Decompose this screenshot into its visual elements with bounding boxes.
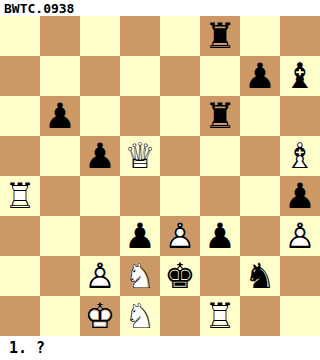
white-pawn-fill: ♟ — [280, 216, 320, 256]
white-rook-fill: ♜ — [200, 296, 240, 336]
puzzle-title: BWTC.0938 — [4, 1, 74, 16]
white-queen-fill: ♛ — [120, 136, 160, 176]
square-f8[interactable]: ♜ — [200, 16, 240, 56]
square-e4[interactable] — [160, 176, 200, 216]
square-c1[interactable]: ♚♔ — [80, 296, 120, 336]
square-a2[interactable] — [0, 256, 40, 296]
square-g8[interactable] — [240, 16, 280, 56]
square-d2[interactable]: ♞♘ — [120, 256, 160, 296]
square-c3[interactable] — [80, 216, 120, 256]
white-pawn: ♙ — [160, 216, 200, 256]
square-f2[interactable] — [200, 256, 240, 296]
square-h3[interactable]: ♟♙ — [280, 216, 320, 256]
black-rook: ♜ — [200, 16, 240, 56]
chess-board: ♜♟♝♟♜♟♛♕♝♗♜♖♟♟♟♙♟♟♙♟♙♞♘♚♞♚♔♞♘♜♖ — [0, 16, 320, 336]
square-h7[interactable]: ♝ — [280, 56, 320, 96]
white-knight: ♘ — [120, 256, 160, 296]
square-a7[interactable] — [0, 56, 40, 96]
square-d6[interactable] — [120, 96, 160, 136]
square-d5[interactable]: ♛♕ — [120, 136, 160, 176]
square-h8[interactable] — [280, 16, 320, 56]
square-b2[interactable] — [40, 256, 80, 296]
chess-diagram-window: BWTC.0938 ♜♟♝♟♜♟♛♕♝♗♜♖♟♟♟♙♟♟♙♟♙♞♘♚♞♚♔♞♘♜… — [0, 0, 320, 360]
square-g1[interactable] — [240, 296, 280, 336]
black-rook: ♜ — [200, 96, 240, 136]
square-d3[interactable]: ♟ — [120, 216, 160, 256]
square-e3[interactable]: ♟♙ — [160, 216, 200, 256]
white-pawn: ♙ — [80, 256, 120, 296]
square-g5[interactable] — [240, 136, 280, 176]
square-b5[interactable] — [40, 136, 80, 176]
square-a6[interactable] — [0, 96, 40, 136]
square-a4[interactable]: ♜♖ — [0, 176, 40, 216]
square-h5[interactable]: ♝♗ — [280, 136, 320, 176]
square-g3[interactable] — [240, 216, 280, 256]
square-c2[interactable]: ♟♙ — [80, 256, 120, 296]
square-b8[interactable] — [40, 16, 80, 56]
square-g2[interactable]: ♞ — [240, 256, 280, 296]
move-prompt: 1. ? — [9, 339, 45, 357]
square-f5[interactable] — [200, 136, 240, 176]
square-e6[interactable] — [160, 96, 200, 136]
square-d8[interactable] — [120, 16, 160, 56]
square-b7[interactable] — [40, 56, 80, 96]
square-c8[interactable] — [80, 16, 120, 56]
white-pawn: ♙ — [280, 216, 320, 256]
white-knight: ♘ — [120, 296, 160, 336]
square-h4[interactable]: ♟ — [280, 176, 320, 216]
black-pawn: ♟ — [40, 96, 80, 136]
black-knight: ♞ — [240, 256, 280, 296]
square-f3[interactable]: ♟ — [200, 216, 240, 256]
black-bishop: ♝ — [280, 56, 320, 96]
square-e8[interactable] — [160, 16, 200, 56]
square-g6[interactable] — [240, 96, 280, 136]
square-f7[interactable] — [200, 56, 240, 96]
square-c7[interactable] — [80, 56, 120, 96]
square-b3[interactable] — [40, 216, 80, 256]
square-h2[interactable] — [280, 256, 320, 296]
white-king: ♔ — [80, 296, 120, 336]
footer: 1. ? — [0, 336, 320, 360]
white-knight-fill: ♞ — [120, 256, 160, 296]
white-rook: ♖ — [200, 296, 240, 336]
white-pawn-fill: ♟ — [160, 216, 200, 256]
square-e2[interactable]: ♚ — [160, 256, 200, 296]
square-b4[interactable] — [40, 176, 80, 216]
square-c5[interactable]: ♟ — [80, 136, 120, 176]
black-pawn: ♟ — [80, 136, 120, 176]
square-f1[interactable]: ♜♖ — [200, 296, 240, 336]
white-pawn-fill: ♟ — [80, 256, 120, 296]
black-pawn: ♟ — [200, 216, 240, 256]
white-knight-fill: ♞ — [120, 296, 160, 336]
black-pawn: ♟ — [120, 216, 160, 256]
square-f4[interactable] — [200, 176, 240, 216]
square-e7[interactable] — [160, 56, 200, 96]
white-king-fill: ♚ — [80, 296, 120, 336]
white-rook: ♖ — [0, 176, 40, 216]
square-f6[interactable]: ♜ — [200, 96, 240, 136]
square-g4[interactable] — [240, 176, 280, 216]
square-g7[interactable]: ♟ — [240, 56, 280, 96]
white-bishop-fill: ♝ — [280, 136, 320, 176]
square-h1[interactable] — [280, 296, 320, 336]
square-b6[interactable]: ♟ — [40, 96, 80, 136]
black-pawn: ♟ — [280, 176, 320, 216]
white-bishop: ♗ — [280, 136, 320, 176]
square-e1[interactable] — [160, 296, 200, 336]
square-a3[interactable] — [0, 216, 40, 256]
square-d7[interactable] — [120, 56, 160, 96]
black-king: ♚ — [160, 256, 200, 296]
square-c6[interactable] — [80, 96, 120, 136]
square-h6[interactable] — [280, 96, 320, 136]
square-a1[interactable] — [0, 296, 40, 336]
white-rook-fill: ♜ — [0, 176, 40, 216]
white-queen: ♕ — [120, 136, 160, 176]
square-e5[interactable] — [160, 136, 200, 176]
square-b1[interactable] — [40, 296, 80, 336]
square-a5[interactable] — [0, 136, 40, 176]
square-d1[interactable]: ♞♘ — [120, 296, 160, 336]
header: BWTC.0938 — [0, 0, 320, 16]
black-pawn: ♟ — [240, 56, 280, 96]
square-c4[interactable] — [80, 176, 120, 216]
square-a8[interactable] — [0, 16, 40, 56]
square-d4[interactable] — [120, 176, 160, 216]
